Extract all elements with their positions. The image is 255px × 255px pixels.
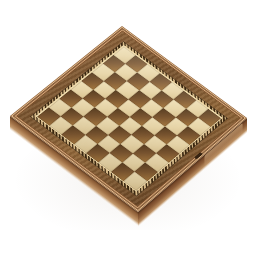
product-photo-scene xyxy=(0,0,255,255)
